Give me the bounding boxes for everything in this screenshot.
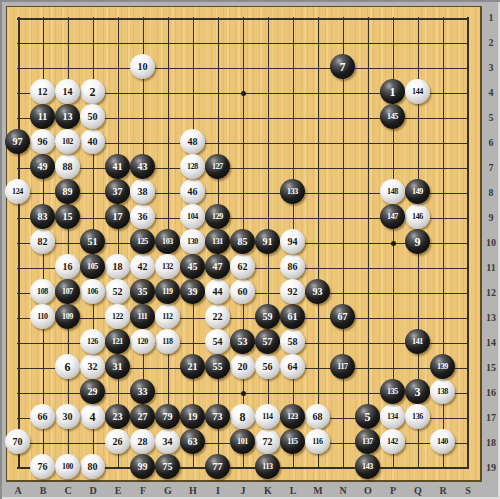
stone-number: 38 [138,187,148,197]
stone-R16[interactable]: 138 [430,379,455,404]
stone-F9[interactable]: 36 [130,204,155,229]
col-label-F: F [133,484,153,497]
stone-number: 4 [90,411,96,423]
stone-number: 99 [138,462,148,472]
stone-number: 41 [113,162,123,172]
stone-H17[interactable]: 19 [180,404,205,429]
stone-L12[interactable]: 92 [280,279,305,304]
stone-number: 103 [162,238,173,246]
stone-H11[interactable]: 45 [180,254,205,279]
stone-M18[interactable]: 116 [305,429,330,454]
row-label-2: 2 [482,37,500,49]
col-label-A: A [8,484,28,497]
stone-J17[interactable]: 8 [230,404,255,429]
stone-number: 53 [238,337,248,347]
stone-E11[interactable]: 18 [105,254,130,279]
stone-number: 37 [113,187,123,197]
stone-number: 12 [38,87,48,97]
stone-C4[interactable]: 14 [55,79,80,104]
stone-number: 126 [87,338,98,346]
stone-number: 122 [112,313,123,321]
stone-F3[interactable]: 10 [130,54,155,79]
stone-number: 131 [212,238,223,246]
col-label-C: C [58,484,78,497]
row-label-5: 5 [482,112,500,124]
stone-F11[interactable]: 42 [130,254,155,279]
stone-number: 88 [63,162,73,172]
stone-number: 7 [340,61,346,73]
stone-number: 148 [387,188,398,196]
stone-number: 137 [362,438,373,446]
stone-number: 118 [162,338,172,346]
stone-number: 72 [263,437,273,447]
grid-line-vertical [368,17,369,469]
stone-I10[interactable]: 131 [205,229,230,254]
row-label-19: 19 [482,462,500,474]
stone-G17[interactable]: 79 [155,404,180,429]
col-label-G: G [158,484,178,497]
stone-C5[interactable]: 13 [55,104,80,129]
stone-J10[interactable]: 85 [230,229,255,254]
stone-H15[interactable]: 21 [180,354,205,379]
stone-N15[interactable]: 117 [330,354,355,379]
stone-J12[interactable]: 60 [230,279,255,304]
stone-G12[interactable]: 119 [155,279,180,304]
stone-number: 83 [38,212,48,222]
stone-number: 135 [387,388,398,396]
stone-number: 40 [88,137,98,147]
stone-L14[interactable]: 58 [280,329,305,354]
stone-B13[interactable]: 110 [30,304,55,329]
stone-N13[interactable]: 67 [330,304,355,329]
stone-Q8[interactable]: 149 [405,179,430,204]
goban-frame: ABCDEFGHIJKLMNOPQRS123456789101112131415… [0,0,500,499]
col-label-I: I [208,484,228,497]
stone-number: 44 [213,287,223,297]
stone-number: 8 [240,411,246,423]
stone-F13[interactable]: 111 [130,304,155,329]
stone-number: 121 [112,338,123,346]
stone-number: 28 [138,437,148,447]
stone-C6[interactable]: 102 [55,129,80,154]
stone-J14[interactable]: 53 [230,329,255,354]
stone-number: 63 [188,437,198,447]
col-label-O: O [358,484,378,497]
row-label-9: 9 [482,212,500,224]
row-label-18: 18 [482,437,500,449]
col-label-K: K [258,484,278,497]
stone-C9[interactable]: 15 [55,204,80,229]
stone-E9[interactable]: 17 [105,204,130,229]
row-label-8: 8 [482,187,500,199]
stone-G18[interactable]: 34 [155,429,180,454]
stone-F7[interactable]: 43 [130,154,155,179]
star-point [241,91,246,96]
stone-D11[interactable]: 105 [80,254,105,279]
stone-number: 85 [238,237,248,247]
stone-number: 89 [63,187,73,197]
stone-M12[interactable]: 93 [305,279,330,304]
stone-number: 132 [162,263,173,271]
stone-D15[interactable]: 32 [80,354,105,379]
stone-number: 22 [213,312,223,322]
stone-number: 136 [412,413,423,421]
row-label-4: 4 [482,87,500,99]
stone-E15[interactable]: 31 [105,354,130,379]
stone-number: 79 [163,412,173,422]
grid-line-vertical [343,17,344,469]
col-label-H: H [183,484,203,497]
stone-Q10[interactable]: 9 [405,229,430,254]
stone-B5[interactable]: 11 [30,104,55,129]
stone-I15[interactable]: 55 [205,354,230,379]
stone-number: 93 [313,287,323,297]
stone-C17[interactable]: 30 [55,404,80,429]
stone-Q17[interactable]: 136 [405,404,430,429]
stone-number: 46 [188,187,198,197]
stone-G13[interactable]: 112 [155,304,180,329]
stone-K19[interactable]: 113 [255,454,280,479]
stone-number: 115 [287,438,297,446]
stone-I9[interactable]: 129 [205,204,230,229]
stone-H18[interactable]: 63 [180,429,205,454]
row-label-12: 12 [482,287,500,299]
stone-number: 129 [212,213,223,221]
stone-L18[interactable]: 115 [280,429,305,454]
stone-D17[interactable]: 4 [80,404,105,429]
row-label-10: 10 [482,237,500,249]
col-label-P: P [383,484,403,497]
stone-J18[interactable]: 101 [230,429,255,454]
stone-R15[interactable]: 139 [430,354,455,379]
stone-number: 111 [138,313,148,321]
stone-K18[interactable]: 72 [255,429,280,454]
stone-E18[interactable]: 26 [105,429,130,454]
stone-number: 77 [213,462,223,472]
stone-number: 92 [288,287,298,297]
stone-G14[interactable]: 118 [155,329,180,354]
stone-number: 143 [362,463,373,471]
stone-number: 134 [387,413,398,421]
row-label-14: 14 [482,337,500,349]
stone-I11[interactable]: 47 [205,254,230,279]
stone-K14[interactable]: 57 [255,329,280,354]
stone-number: 43 [138,162,148,172]
stone-number: 100 [62,463,73,471]
stone-D12[interactable]: 106 [80,279,105,304]
col-label-M: M [308,484,328,497]
stone-number: 127 [212,163,223,171]
stone-H6[interactable]: 48 [180,129,205,154]
stone-number: 145 [387,113,398,121]
stone-H8[interactable]: 46 [180,179,205,204]
stone-number: 139 [437,363,448,371]
stone-Q14[interactable]: 141 [405,329,430,354]
stone-J15[interactable]: 20 [230,354,255,379]
stone-B9[interactable]: 83 [30,204,55,229]
stone-number: 125 [137,238,148,246]
stone-number: 14 [63,87,73,97]
stone-L10[interactable]: 94 [280,229,305,254]
stone-number: 75 [163,462,173,472]
row-label-17: 17 [482,412,500,424]
stone-D16[interactable]: 29 [80,379,105,404]
stone-E7[interactable]: 41 [105,154,130,179]
stone-F19[interactable]: 99 [130,454,155,479]
stone-number: 5 [365,411,371,423]
stone-O18[interactable]: 137 [355,429,380,454]
stone-K17[interactable]: 114 [255,404,280,429]
stone-number: 123 [287,413,298,421]
stone-B4[interactable]: 12 [30,79,55,104]
col-label-L: L [283,484,303,497]
stone-number: 16 [63,262,73,272]
stone-P18[interactable]: 142 [380,429,405,454]
stone-G19[interactable]: 75 [155,454,180,479]
stone-number: 124 [12,188,23,196]
stone-H7[interactable]: 128 [180,154,205,179]
stone-number: 91 [263,237,273,247]
stone-E8[interactable]: 37 [105,179,130,204]
stone-R18[interactable]: 140 [430,429,455,454]
star-point [241,391,246,396]
stone-P8[interactable]: 148 [380,179,405,204]
stone-F17[interactable]: 27 [130,404,155,429]
stone-number: 23 [113,412,123,422]
stone-F10[interactable]: 125 [130,229,155,254]
stone-B7[interactable]: 49 [30,154,55,179]
grid-line-vertical [467,17,469,469]
stone-number: 73 [213,412,223,422]
stone-number: 45 [188,262,198,272]
stone-O19[interactable]: 143 [355,454,380,479]
stone-C7[interactable]: 88 [55,154,80,179]
stone-E13[interactable]: 122 [105,304,130,329]
stone-L15[interactable]: 64 [280,354,305,379]
stone-number: 138 [437,388,448,396]
stone-number: 26 [113,437,123,447]
stone-number: 36 [138,212,148,222]
stone-F14[interactable]: 120 [130,329,155,354]
stone-F16[interactable]: 33 [130,379,155,404]
stone-D6[interactable]: 40 [80,129,105,154]
grid-line-horizontal [17,318,469,319]
stone-D10[interactable]: 51 [80,229,105,254]
stone-number: 110 [37,313,47,321]
stone-G11[interactable]: 132 [155,254,180,279]
stone-Q4[interactable]: 144 [405,79,430,104]
star-point [391,241,396,246]
stone-E17[interactable]: 23 [105,404,130,429]
stone-number: 82 [38,237,48,247]
stone-number: 9 [415,236,421,248]
stone-number: 61 [288,312,298,322]
stone-number: 102 [62,138,73,146]
stone-C15[interactable]: 6 [55,354,80,379]
stone-J11[interactable]: 62 [230,254,255,279]
stone-B10[interactable]: 82 [30,229,55,254]
stone-number: 107 [62,288,73,296]
stone-number: 32 [88,362,98,372]
row-label-3: 3 [482,62,500,74]
stone-B19[interactable]: 76 [30,454,55,479]
stone-number: 10 [138,62,148,72]
stone-number: 55 [213,362,223,372]
stone-K15[interactable]: 56 [255,354,280,379]
stone-D4[interactable]: 2 [80,79,105,104]
stone-number: 52 [113,287,123,297]
stone-number: 96 [38,137,48,147]
stone-B6[interactable]: 96 [30,129,55,154]
stone-number: 142 [387,438,398,446]
stone-number: 42 [138,262,148,272]
row-label-16: 16 [482,387,500,399]
stone-D14[interactable]: 126 [80,329,105,354]
stone-P5[interactable]: 145 [380,104,405,129]
stone-number: 147 [387,213,398,221]
stone-Q9[interactable]: 146 [405,204,430,229]
stone-I13[interactable]: 22 [205,304,230,329]
stone-number: 133 [287,188,298,196]
stone-B12[interactable]: 108 [30,279,55,304]
stone-number: 97 [13,137,23,147]
stone-I19[interactable]: 77 [205,454,230,479]
stone-D19[interactable]: 80 [80,454,105,479]
stone-H10[interactable]: 130 [180,229,205,254]
stone-C19[interactable]: 100 [55,454,80,479]
stone-number: 34 [163,437,173,447]
stone-M17[interactable]: 68 [305,404,330,429]
stone-number: 27 [138,412,148,422]
stone-number: 60 [238,287,248,297]
stone-number: 21 [188,362,198,372]
stone-P9[interactable]: 147 [380,204,405,229]
stone-P16[interactable]: 135 [380,379,405,404]
stone-Q16[interactable]: 3 [405,379,430,404]
stone-C8[interactable]: 89 [55,179,80,204]
stone-D5[interactable]: 50 [80,104,105,129]
stone-F18[interactable]: 28 [130,429,155,454]
stone-C13[interactable]: 109 [55,304,80,329]
stone-H9[interactable]: 104 [180,204,205,229]
col-label-N: N [333,484,353,497]
stone-number: 54 [213,337,223,347]
stone-E14[interactable]: 121 [105,329,130,354]
stone-number: 116 [312,438,322,446]
stone-number: 67 [338,312,348,322]
stone-number: 19 [188,412,198,422]
stone-I12[interactable]: 44 [205,279,230,304]
stone-K10[interactable]: 91 [255,229,280,254]
stone-number: 30 [63,412,73,422]
stone-A6[interactable]: 97 [5,129,30,154]
col-label-S: S [458,484,478,497]
grid-line-vertical [318,17,319,469]
stone-number: 31 [113,362,123,372]
stone-number: 58 [288,337,298,347]
stone-I14[interactable]: 54 [205,329,230,354]
stone-number: 70 [13,437,23,447]
stone-number: 68 [313,412,323,422]
stone-number: 20 [238,362,248,372]
row-label-15: 15 [482,362,500,374]
stone-number: 141 [412,338,423,346]
stone-number: 62 [238,262,248,272]
stone-number: 3 [415,386,421,398]
stone-number: 18 [113,262,123,272]
stone-number: 1 [390,86,396,98]
stone-number: 105 [87,263,98,271]
stone-number: 109 [62,313,73,321]
stone-number: 13 [63,112,73,122]
stone-L13[interactable]: 61 [280,304,305,329]
stone-O17[interactable]: 5 [355,404,380,429]
stone-number: 59 [263,312,273,322]
stone-number: 114 [262,413,272,421]
stone-C12[interactable]: 107 [55,279,80,304]
col-label-B: B [33,484,53,497]
row-label-11: 11 [482,262,500,274]
stone-number: 6 [65,361,71,373]
stone-number: 39 [188,287,198,297]
stone-number: 106 [87,288,98,296]
col-label-D: D [83,484,103,497]
stone-number: 33 [138,387,148,397]
row-label-1: 1 [482,12,500,24]
stone-number: 117 [337,363,347,371]
stone-A18[interactable]: 70 [5,429,30,454]
stone-P17[interactable]: 134 [380,404,405,429]
stone-P4[interactable]: 1 [380,79,405,104]
stone-number: 35 [138,287,148,297]
stone-L8[interactable]: 133 [280,179,305,204]
stone-number: 112 [162,313,172,321]
stone-number: 2 [90,86,96,98]
stone-G10[interactable]: 103 [155,229,180,254]
stone-K13[interactable]: 59 [255,304,280,329]
stone-L17[interactable]: 123 [280,404,305,429]
row-label-7: 7 [482,162,500,174]
stone-H12[interactable]: 39 [180,279,205,304]
stone-number: 64 [288,362,298,372]
stone-number: 11 [38,112,47,122]
stone-C11[interactable]: 16 [55,254,80,279]
stone-number: 101 [237,438,248,446]
stone-I17[interactable]: 73 [205,404,230,429]
col-label-Q: Q [408,484,428,497]
stone-number: 120 [137,338,148,346]
stone-F12[interactable]: 35 [130,279,155,304]
stone-I7[interactable]: 127 [205,154,230,179]
stone-number: 47 [213,262,223,272]
stone-number: 66 [38,412,48,422]
stone-A8[interactable]: 124 [5,179,30,204]
stone-F8[interactable]: 38 [130,179,155,204]
row-label-13: 13 [482,312,500,324]
stone-number: 113 [262,463,272,471]
col-label-J: J [233,484,253,497]
stone-number: 17 [113,212,123,222]
stone-number: 15 [63,212,73,222]
stone-E12[interactable]: 52 [105,279,130,304]
stone-N3[interactable]: 7 [330,54,355,79]
stone-L11[interactable]: 86 [280,254,305,279]
stone-B17[interactable]: 66 [30,404,55,429]
stone-number: 130 [187,238,198,246]
stone-number: 57 [263,337,273,347]
col-label-E: E [108,484,128,497]
stone-number: 29 [88,387,98,397]
